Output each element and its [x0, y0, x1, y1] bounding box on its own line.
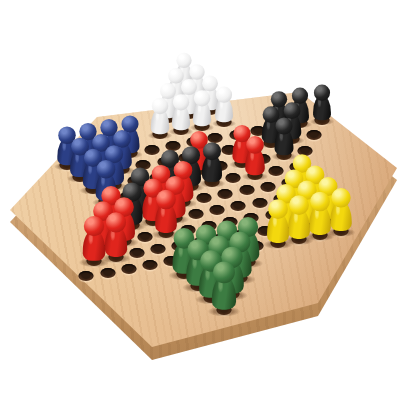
- product-photo: [0, 0, 400, 400]
- board-hole[interactable]: [306, 130, 321, 140]
- peg-black[interactable]: [311, 84, 333, 121]
- peg-head: [96, 160, 115, 179]
- board-hole[interactable]: [151, 244, 166, 254]
- peg-head: [106, 212, 126, 232]
- peg-black[interactable]: [200, 142, 225, 184]
- peg-head: [151, 97, 168, 114]
- board-hole[interactable]: [210, 205, 225, 215]
- board-hole[interactable]: [100, 268, 115, 278]
- board-hole[interactable]: [226, 173, 241, 183]
- peg-head: [332, 189, 351, 208]
- peg-red[interactable]: [243, 136, 267, 177]
- board-hole[interactable]: [121, 264, 136, 274]
- board-hole[interactable]: [129, 248, 144, 258]
- board-hole[interactable]: [231, 201, 246, 211]
- peg-head: [216, 87, 232, 103]
- peg-head: [84, 215, 104, 235]
- board-hole[interactable]: [197, 193, 212, 203]
- peg-white[interactable]: [148, 97, 171, 135]
- peg-head: [173, 94, 189, 110]
- peg-head: [314, 84, 330, 100]
- peg-red[interactable]: [80, 215, 108, 262]
- board-hole[interactable]: [218, 189, 233, 199]
- board-hole[interactable]: [239, 185, 254, 195]
- peg-green[interactable]: [209, 261, 239, 312]
- chinese-checkers-board-grid: [0, 0, 400, 400]
- peg-head: [268, 199, 288, 219]
- peg-head: [213, 261, 235, 283]
- board-hole[interactable]: [79, 271, 94, 281]
- peg-head: [246, 136, 264, 154]
- board-hole[interactable]: [143, 260, 158, 270]
- board-hole[interactable]: [188, 209, 203, 219]
- peg-white[interactable]: [170, 94, 192, 132]
- peg-white[interactable]: [213, 87, 235, 124]
- peg-yellow[interactable]: [264, 199, 291, 245]
- board-hole[interactable]: [138, 232, 153, 242]
- peg-white[interactable]: [191, 90, 213, 128]
- peg-black[interactable]: [272, 117, 295, 157]
- peg-head: [289, 195, 309, 215]
